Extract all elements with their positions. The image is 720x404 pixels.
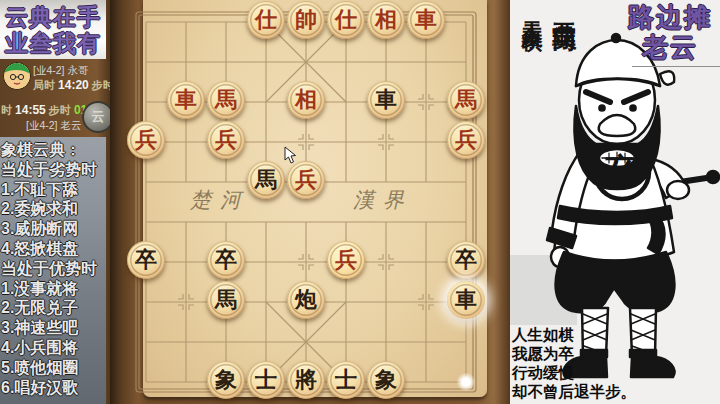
piece-black-pawn-f3r6[interactable]: 卒 bbox=[207, 241, 245, 279]
piece-red-rook-f2r2[interactable]: 車 bbox=[167, 81, 205, 119]
tip-line: 4.小兵围将 bbox=[1, 338, 105, 358]
slogan-line-2: 业叁我有 bbox=[5, 30, 101, 56]
tip-line: 3.神速些吧 bbox=[1, 318, 105, 338]
channel-title-line-1: 路边摊 bbox=[623, 2, 717, 32]
quote-line: 行动缓慢 bbox=[512, 363, 636, 382]
tip-line: 3.威胁断网 bbox=[1, 219, 105, 239]
piece-black-elephant-f7r9[interactable]: 象 bbox=[367, 361, 405, 399]
quote-line: 我愿为卒 bbox=[512, 344, 636, 363]
divider bbox=[632, 66, 720, 67]
piece-red-rook-f8r0[interactable]: 車 bbox=[407, 1, 445, 39]
piece-black-horse-f3r7[interactable]: 馬 bbox=[207, 281, 245, 319]
tip-line: 5.喷他烟圈 bbox=[1, 358, 105, 378]
slogan-banner: 云典在手 业叁我有 bbox=[0, 0, 106, 59]
xiangqi-board-area: 楚河 漢界 仕帥仕相車車馬相車馬兵兵兵馬兵卒卒兵卒馬炮車象士將士象 bbox=[110, 0, 510, 404]
piece-char: 車 bbox=[455, 289, 477, 311]
piece-char: 車 bbox=[175, 89, 197, 111]
piece-char: 兵 bbox=[455, 129, 477, 151]
mouse-cursor-icon bbox=[284, 146, 298, 164]
last-move-from-marker bbox=[456, 372, 476, 392]
piece-red-pawn-f6r6[interactable]: 兵 bbox=[327, 241, 365, 279]
piece-char: 兵 bbox=[295, 169, 317, 191]
vertical-text-app: 天天象棋 bbox=[518, 5, 546, 17]
piece-red-pawn-f1r3[interactable]: 兵 bbox=[127, 121, 165, 159]
piece-black-rook-f9r7[interactable]: 車 bbox=[447, 281, 485, 319]
piece-black-advisor-f4r9[interactable]: 士 bbox=[247, 361, 285, 399]
piece-char: 士 bbox=[255, 369, 277, 391]
piece-char: 兵 bbox=[335, 249, 357, 271]
channel-title-line-2: 老云 bbox=[623, 32, 717, 62]
game-time-label: 局时 bbox=[33, 79, 55, 91]
player-top-name: [业4-2] 永哥 bbox=[33, 64, 88, 78]
river-label-right: 漢界 bbox=[328, 186, 438, 214]
quote-line: 却不曾后退半步。 bbox=[512, 382, 636, 401]
piece-char: 卒 bbox=[455, 249, 477, 271]
vertical-text-rank: 业三守门员 bbox=[548, 3, 580, 8]
piece-char: 象 bbox=[215, 369, 237, 391]
piece-black-king-f5r9[interactable]: 將 bbox=[287, 361, 325, 399]
piece-char: 車 bbox=[375, 89, 397, 111]
figure-chest-char: 卒 bbox=[603, 152, 640, 192]
piece-char: 兵 bbox=[215, 129, 237, 151]
tip-line: 4.怒掀棋盘 bbox=[1, 239, 105, 259]
piece-char: 兵 bbox=[135, 129, 157, 151]
piece-char: 卒 bbox=[215, 249, 237, 271]
quote-block: 人生如棋我愿为卒行动缓慢却不曾后退半步。 bbox=[512, 325, 636, 401]
quote-line: 人生如棋 bbox=[512, 325, 636, 344]
piece-red-pawn-f9r3[interactable]: 兵 bbox=[447, 121, 485, 159]
game-time-label: 时 bbox=[1, 104, 12, 116]
piece-red-king-f5r0[interactable]: 帥 bbox=[287, 1, 325, 39]
slogan-line-1: 云典在手 bbox=[5, 4, 101, 30]
player-bottom-name: [业4-2] 老云 bbox=[26, 119, 81, 133]
piece-red-elephant-f7r0[interactable]: 相 bbox=[367, 1, 405, 39]
piece-red-pawn-f5r4[interactable]: 兵 bbox=[287, 161, 325, 199]
avatar-face-icon bbox=[4, 63, 30, 89]
stream-screen: 云典在手 业叁我有 [业4-2] 永哥 局时 14:20 步时 01:26 bbox=[0, 0, 720, 404]
tip-line: 2.无限兑子 bbox=[1, 298, 105, 318]
piece-red-advisor-f6r0[interactable]: 仕 bbox=[327, 1, 365, 39]
piece-black-pawn-f9r6[interactable]: 卒 bbox=[447, 241, 485, 279]
piece-char: 帥 bbox=[295, 9, 317, 31]
piece-black-rook-f7r2[interactable]: 車 bbox=[367, 81, 405, 119]
step-time-label: 步时 bbox=[49, 104, 71, 116]
piece-red-elephant-f5r2[interactable]: 相 bbox=[287, 81, 325, 119]
tip-line: 1.没事就将 bbox=[1, 279, 105, 299]
piece-char: 馬 bbox=[215, 289, 237, 311]
piece-red-pawn-f3r3[interactable]: 兵 bbox=[207, 121, 245, 159]
piece-black-cannon-f5r7[interactable]: 炮 bbox=[287, 281, 325, 319]
piece-red-advisor-f4r0[interactable]: 仕 bbox=[247, 1, 285, 39]
piece-black-advisor-f6r9[interactable]: 士 bbox=[327, 361, 365, 399]
piece-char: 象 bbox=[375, 369, 397, 391]
piece-black-elephant-f3r9[interactable]: 象 bbox=[207, 361, 245, 399]
player-panel: [业4-2] 永哥 局时 14:20 步时 01:26 时 14:55 步时 0… bbox=[0, 59, 110, 137]
piece-char: 車 bbox=[415, 9, 437, 31]
piece-char: 相 bbox=[295, 89, 317, 111]
piece-char: 馬 bbox=[255, 169, 277, 191]
right-sidebar: 卒 天天象棋 业三守门员 路边摊 老云 人生如棋我愿为卒行动缓慢却不曾后退半步。 bbox=[510, 0, 720, 404]
piece-char: 仕 bbox=[335, 9, 357, 31]
piece-char: 將 bbox=[295, 369, 317, 391]
piece-black-horse-f4r4[interactable]: 馬 bbox=[247, 161, 285, 199]
piece-char: 士 bbox=[335, 369, 357, 391]
game-time-value: 14:55 bbox=[15, 103, 46, 117]
piece-red-horse-f3r2[interactable]: 馬 bbox=[207, 81, 245, 119]
piece-char: 炮 bbox=[295, 289, 317, 311]
tip-line: 1.不耻下舔 bbox=[1, 180, 105, 200]
piece-char: 相 bbox=[375, 9, 397, 31]
tip-line: 当处于优势时 bbox=[1, 259, 105, 279]
player-top-avatar bbox=[3, 62, 31, 90]
piece-char: 卒 bbox=[135, 249, 157, 271]
channel-title: 路边摊 老云 bbox=[623, 2, 717, 62]
tips-list: 象棋云典： 当处于劣势时1.不耻下舔2.委婉求和3.威胁断网4.怒掀棋盘当处于优… bbox=[0, 137, 106, 404]
tips-title: 象棋云典： bbox=[1, 140, 105, 160]
tip-line: 2.委婉求和 bbox=[1, 199, 105, 219]
tip-line: 6.唱好汉歌 bbox=[1, 378, 105, 398]
piece-red-horse-f9r2[interactable]: 馬 bbox=[447, 81, 485, 119]
piece-black-pawn-f1r6[interactable]: 卒 bbox=[127, 241, 165, 279]
tip-line: 当处于劣势时 bbox=[1, 160, 105, 180]
piece-char: 馬 bbox=[215, 89, 237, 111]
game-time-value: 14:20 bbox=[58, 78, 89, 92]
piece-char: 仕 bbox=[255, 9, 277, 31]
left-sidebar: 云典在手 业叁我有 [业4-2] 永哥 局时 14:20 步时 01:26 bbox=[0, 0, 110, 404]
piece-char: 馬 bbox=[455, 89, 477, 111]
